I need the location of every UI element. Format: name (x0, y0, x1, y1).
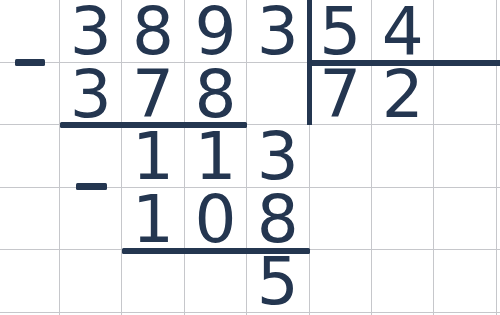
cell-r1c4 (247, 63, 309, 126)
cell-r1c1: 3 (60, 63, 122, 126)
cell-r3c7 (434, 188, 496, 251)
cell-r4c0 (0, 250, 60, 313)
quotient-separator-line (310, 60, 500, 66)
cell-r0c1: 3 (60, 0, 122, 63)
cell-r2c2: 1 (122, 125, 184, 188)
cell-r0c3: 9 (185, 0, 247, 63)
cell-r1c0 (0, 63, 60, 126)
cell-r2c7 (434, 125, 496, 188)
cell-r2c3: 1 (185, 125, 247, 188)
cell-r2c6 (372, 125, 434, 188)
subtraction-underline-108 (122, 248, 309, 254)
long-division-worksheet: 389354378721131085 (0, 0, 500, 315)
cell-r0c7 (434, 0, 496, 63)
cell-r2c0 (0, 125, 60, 188)
cell-r3c4: 8 (247, 188, 309, 251)
cell-r2c4: 3 (247, 125, 309, 188)
cell-r3c0 (0, 188, 60, 251)
cell-r4c3 (185, 250, 247, 313)
cell-r1c6: 2 (372, 63, 434, 126)
minus-sign-top (15, 59, 45, 66)
cell-r3c2: 1 (122, 188, 184, 251)
cell-r3c3: 0 (185, 188, 247, 251)
squared-paper-grid: 389354378721131085 (0, 0, 500, 315)
cell-r0c5: 5 (310, 0, 372, 63)
cell-r3c5 (310, 188, 372, 251)
cell-r1c3: 8 (185, 63, 247, 126)
cell-r4c5 (310, 250, 372, 313)
cell-r3c1 (60, 188, 122, 251)
cell-r1c7 (434, 63, 496, 126)
cell-r1c5: 7 (310, 63, 372, 126)
cell-r4c7 (434, 250, 496, 313)
cell-r3c6 (372, 188, 434, 251)
cell-r0c2: 8 (122, 0, 184, 63)
cell-r2c1 (60, 125, 122, 188)
cell-r4c2 (122, 250, 184, 313)
cell-r4c4: 5 (247, 250, 309, 313)
cell-r2c5 (310, 125, 372, 188)
subtraction-underline-378 (60, 122, 247, 128)
cell-r1c2: 7 (122, 63, 184, 126)
cell-r4c1 (60, 250, 122, 313)
cell-r0c0 (0, 0, 60, 63)
cell-r0c6: 4 (372, 0, 434, 63)
cell-r0c4: 3 (247, 0, 309, 63)
minus-sign-middle (76, 183, 107, 190)
cell-r4c6 (372, 250, 434, 313)
